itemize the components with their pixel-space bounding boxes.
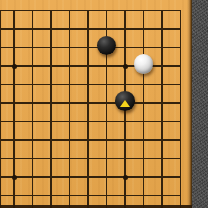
- board-bottom-edge: [0, 205, 192, 208]
- grid-line-horizontal: [0, 47, 181, 49]
- grid-line-horizontal: [0, 10, 181, 12]
- grid-line-horizontal: [0, 195, 181, 197]
- grid-line-horizontal: [0, 139, 181, 141]
- grid-line-horizontal: [0, 176, 181, 178]
- grid-line-vertical: [69, 10, 71, 208]
- go-app-screenshot: [0, 0, 208, 208]
- grid-line-horizontal: [0, 102, 181, 104]
- grid-line-vertical: [0, 10, 1, 208]
- grid-line-vertical: [180, 10, 182, 208]
- grid-line-vertical: [32, 10, 34, 208]
- last-move-triangle-icon: [120, 100, 130, 107]
- star-point-q10: [123, 175, 128, 180]
- grid-line-vertical: [143, 10, 145, 208]
- board-right-edge: [187, 0, 192, 208]
- grid-line-horizontal: [0, 84, 181, 86]
- grid-line-horizontal: [0, 158, 181, 160]
- star-point-k16: [12, 64, 17, 69]
- star-point-k10: [12, 175, 17, 180]
- grid-line-horizontal: [0, 121, 181, 123]
- white-stone-r16: [134, 54, 154, 74]
- star-point-q16: [123, 64, 128, 69]
- grid-line-horizontal: [0, 28, 181, 30]
- grid-line-horizontal: [0, 65, 181, 67]
- grid-line-vertical: [50, 10, 52, 208]
- grid-line-vertical: [87, 10, 89, 208]
- grid-line-vertical: [161, 10, 163, 208]
